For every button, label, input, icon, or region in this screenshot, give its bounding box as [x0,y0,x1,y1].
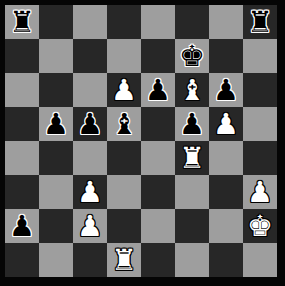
square-e8[interactable] [141,5,175,39]
square-a2[interactable]: ♟ [5,209,39,243]
black-pawn[interactable]: ♟ [179,107,205,141]
square-b5[interactable]: ♟ [39,107,73,141]
white-bishop[interactable]: ♝ [179,73,205,107]
square-c3[interactable]: ♟ [73,175,107,209]
black-pawn[interactable]: ♟ [145,73,171,107]
square-f3[interactable] [175,175,209,209]
square-f2[interactable] [175,209,209,243]
square-b4[interactable] [39,141,73,175]
square-e4[interactable] [141,141,175,175]
square-e1[interactable] [141,243,175,277]
square-e5[interactable] [141,107,175,141]
square-b1[interactable] [39,243,73,277]
square-d6[interactable]: ♟ [107,73,141,107]
square-f4[interactable]: ♜ [175,141,209,175]
white-pawn[interactable]: ♟ [111,73,137,107]
white-king[interactable]: ♚ [247,209,273,243]
square-d2[interactable] [107,209,141,243]
square-c7[interactable] [73,39,107,73]
black-pawn[interactable]: ♟ [213,73,239,107]
square-h1[interactable] [243,243,277,277]
white-pawn[interactable]: ♟ [77,175,103,209]
square-h6[interactable] [243,73,277,107]
white-rook[interactable]: ♜ [179,141,205,175]
square-g1[interactable] [209,243,243,277]
square-e3[interactable] [141,175,175,209]
black-pawn[interactable]: ♟ [43,107,69,141]
square-g4[interactable] [209,141,243,175]
square-d3[interactable] [107,175,141,209]
square-b7[interactable] [39,39,73,73]
square-e6[interactable]: ♟ [141,73,175,107]
square-b3[interactable] [39,175,73,209]
square-a8[interactable]: ♜ [5,5,39,39]
square-f5[interactable]: ♟ [175,107,209,141]
square-h2[interactable]: ♚ [243,209,277,243]
square-a4[interactable] [5,141,39,175]
square-f6[interactable]: ♝ [175,73,209,107]
square-d5[interactable]: ♝ [107,107,141,141]
square-c8[interactable] [73,5,107,39]
square-g8[interactable] [209,5,243,39]
black-rook[interactable]: ♜ [247,5,273,39]
black-rook[interactable]: ♜ [9,5,35,39]
white-rook[interactable]: ♜ [111,243,137,277]
square-f7[interactable]: ♚ [175,39,209,73]
square-a1[interactable] [5,243,39,277]
square-e2[interactable] [141,209,175,243]
square-a5[interactable] [5,107,39,141]
square-d7[interactable] [107,39,141,73]
square-g7[interactable] [209,39,243,73]
square-b8[interactable] [39,5,73,39]
chess-board: ♜♜♚♟♟♝♟♟♟♝♟♟♜♟♟♟♟♚♜ [5,5,277,277]
square-g3[interactable] [209,175,243,209]
square-h7[interactable] [243,39,277,73]
square-d1[interactable]: ♜ [107,243,141,277]
square-h3[interactable]: ♟ [243,175,277,209]
square-e7[interactable] [141,39,175,73]
square-a6[interactable] [5,73,39,107]
square-f8[interactable] [175,5,209,39]
square-c4[interactable] [73,141,107,175]
square-c2[interactable]: ♟ [73,209,107,243]
square-c1[interactable] [73,243,107,277]
square-d8[interactable] [107,5,141,39]
square-c5[interactable]: ♟ [73,107,107,141]
square-d4[interactable] [107,141,141,175]
black-pawn[interactable]: ♟ [77,107,103,141]
square-h8[interactable]: ♜ [243,5,277,39]
black-pawn[interactable]: ♟ [9,209,35,243]
chess-diagram: ♜♜♚♟♟♝♟♟♟♝♟♟♜♟♟♟♟♚♜ [0,0,285,286]
square-g5[interactable]: ♟ [209,107,243,141]
square-f1[interactable] [175,243,209,277]
square-b2[interactable] [39,209,73,243]
square-g6[interactable]: ♟ [209,73,243,107]
square-a3[interactable] [5,175,39,209]
black-king[interactable]: ♚ [179,39,205,73]
square-c6[interactable] [73,73,107,107]
white-pawn[interactable]: ♟ [213,107,239,141]
white-pawn[interactable]: ♟ [77,209,103,243]
square-a7[interactable] [5,39,39,73]
black-bishop[interactable]: ♝ [111,107,137,141]
square-h4[interactable] [243,141,277,175]
square-g2[interactable] [209,209,243,243]
white-pawn[interactable]: ♟ [247,175,273,209]
square-b6[interactable] [39,73,73,107]
square-h5[interactable] [243,107,277,141]
